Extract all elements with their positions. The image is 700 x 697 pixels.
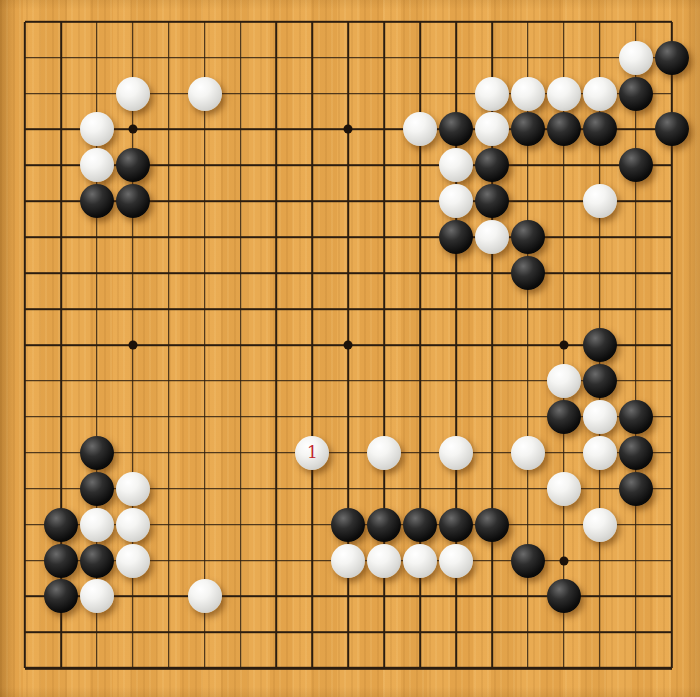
stone-white [116,472,150,506]
stone-black [439,220,473,254]
stone-black [80,472,114,506]
stone-white [547,77,581,111]
stone-black [403,508,437,542]
stone-black [619,148,653,182]
grid-line-horizontal [25,632,672,634]
stone-black [116,148,150,182]
stone-white [475,112,509,146]
stone-white [439,184,473,218]
stone-white-move-1: 1 [295,436,329,470]
stone-black [331,508,365,542]
stone-black [619,472,653,506]
stone-white [619,41,653,75]
grid-line-vertical [635,22,637,669]
go-board[interactable]: 1 [0,0,700,697]
stone-black [44,508,78,542]
stone-black [439,112,473,146]
stone-black [80,184,114,218]
grid-line-horizontal [25,452,672,454]
stone-black [547,112,581,146]
stone-white [439,148,473,182]
stone-black [547,579,581,613]
stone-black [583,112,617,146]
stone-black [583,364,617,398]
stone-white [547,364,581,398]
stone-white [583,436,617,470]
stone-white [547,472,581,506]
stone-white [367,544,401,578]
stone-black [619,436,653,470]
stone-black [44,544,78,578]
stone-black [475,184,509,218]
stone-black [583,328,617,362]
hoshi-point [128,125,137,134]
hoshi-point [344,125,353,134]
stone-black [619,77,653,111]
stone-white [403,112,437,146]
stone-white [583,400,617,434]
stone-white [116,544,150,578]
stone-white [116,77,150,111]
stone-black [116,184,150,218]
stone-white [188,77,222,111]
stone-white [367,436,401,470]
stone-black [475,148,509,182]
stone-black [44,579,78,613]
stone-white [475,77,509,111]
stone-white [439,436,473,470]
stone-white [80,579,114,613]
stone-black [547,400,581,434]
stone-white [331,544,365,578]
stone-black [80,436,114,470]
stone-white [80,112,114,146]
stone-white [403,544,437,578]
stone-black [655,112,689,146]
hoshi-point [344,340,353,349]
stone-black [619,400,653,434]
stone-black [80,544,114,578]
stone-white [511,436,545,470]
grid-line-horizontal [25,667,672,669]
stone-white [80,508,114,542]
move-number-label: 1 [295,436,329,470]
stone-black [511,220,545,254]
hoshi-point [128,340,137,349]
hoshi-point [559,340,568,349]
stone-white [475,220,509,254]
stone-white [583,184,617,218]
stone-white [439,544,473,578]
stone-black [511,256,545,290]
stone-black [367,508,401,542]
stone-white [80,148,114,182]
stone-white [188,579,222,613]
hoshi-point [559,556,568,565]
stone-black [475,508,509,542]
stone-black [439,508,473,542]
stone-white [583,77,617,111]
stone-black [655,41,689,75]
stone-white [583,508,617,542]
stone-white [511,77,545,111]
stone-black [511,112,545,146]
stone-white [116,508,150,542]
stone-black [511,544,545,578]
